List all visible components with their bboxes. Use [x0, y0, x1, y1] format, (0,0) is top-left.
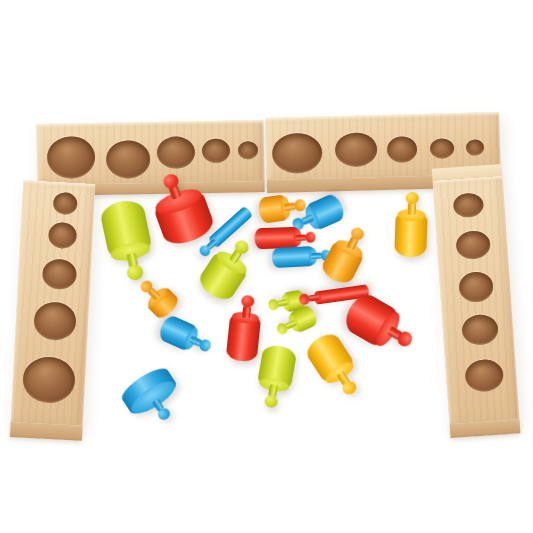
cylinder-yellow-lg[interactable]	[302, 329, 357, 387]
knob	[298, 293, 309, 305]
socket[interactable]	[455, 230, 491, 260]
socket[interactable]	[33, 301, 77, 341]
cylinder-green-md[interactable]	[256, 343, 297, 392]
socket[interactable]	[47, 136, 96, 179]
knob	[240, 295, 254, 308]
socket[interactable]	[48, 222, 77, 249]
socket[interactable]	[461, 314, 499, 346]
knob-neck	[408, 202, 416, 214]
socket[interactable]	[430, 138, 455, 159]
cylinder-orange-sm[interactable]	[145, 285, 182, 322]
knob	[264, 394, 279, 408]
socket[interactable]	[202, 139, 230, 163]
cylinder-blue-lg[interactable]	[303, 192, 347, 232]
socket[interactable]	[453, 192, 485, 218]
knob-neck	[241, 306, 250, 319]
cylinder-yellow-md[interactable]	[394, 209, 428, 257]
cylinder-red-md[interactable]	[225, 312, 261, 363]
knob-neck	[295, 234, 306, 240]
socket[interactable]	[53, 192, 78, 215]
cylinder-red-xl[interactable]	[151, 185, 217, 250]
toy-photo	[0, 0, 533, 533]
cylinder-blue-md[interactable]	[272, 246, 317, 268]
block-bottom-face	[10, 422, 83, 441]
socket[interactable]	[387, 136, 418, 163]
cylinder-green-xl[interactable]	[98, 197, 153, 263]
socket[interactable]	[335, 132, 378, 167]
block-top-left	[36, 120, 264, 185]
cylinder-orange-md[interactable]	[257, 194, 290, 224]
cylinder-red-sm[interactable]	[254, 227, 301, 250]
socket[interactable]	[458, 271, 494, 303]
socket[interactable]	[42, 258, 78, 290]
socket[interactable]	[106, 140, 151, 179]
block-bottom-face	[450, 419, 521, 438]
socket[interactable]	[22, 356, 76, 405]
socket[interactable]	[464, 358, 504, 393]
knob	[126, 264, 145, 282]
socket[interactable]	[157, 136, 196, 169]
socket[interactable]	[272, 133, 323, 174]
knob	[305, 231, 315, 242]
cylinder-blue-disc[interactable]	[118, 363, 181, 419]
cylinder-orange-lg[interactable]	[318, 237, 366, 288]
socket[interactable]	[466, 139, 484, 155]
block-right	[433, 176, 520, 424]
socket[interactable]	[238, 141, 258, 159]
block-left	[11, 180, 96, 425]
knob	[406, 191, 419, 203]
